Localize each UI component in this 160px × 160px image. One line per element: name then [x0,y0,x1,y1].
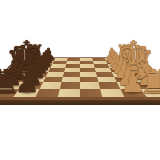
board-front-edge [0,100,160,105]
piece-black-pawn[interactable]: ♟ [15,69,40,97]
piece-white-rook[interactable]: ♜ [139,64,160,97]
board-square[interactable] [60,82,80,89]
chess-set-photo: ♜♟♟♜♞♟♟♞♝♟♟♝♚♟♟♚♛♟♟♛♝♟♟♝♞♟♟♞♜♟♟♜ [0,0,160,160]
board-square[interactable] [80,89,102,97]
board-square[interactable] [80,82,100,89]
board-square[interactable] [58,89,80,97]
